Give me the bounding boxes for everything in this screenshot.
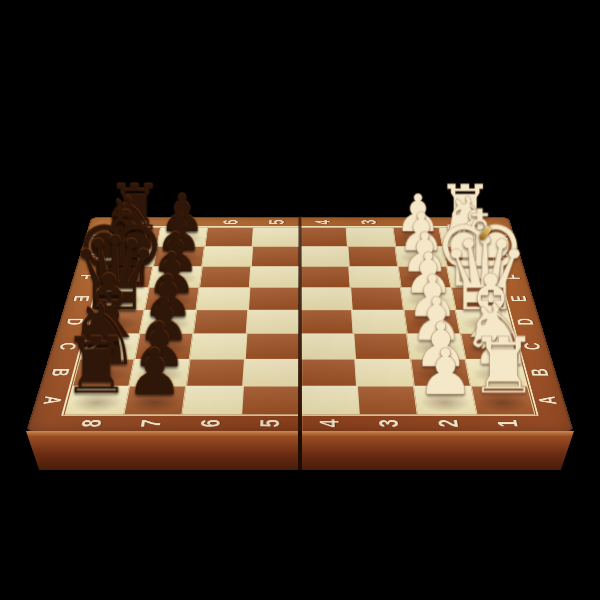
square-h4[interactable] (300, 227, 348, 246)
square-e4[interactable] (300, 288, 352, 310)
border-corner (535, 415, 574, 432)
square-b6[interactable] (186, 359, 245, 386)
square-g4[interactable] (300, 246, 349, 266)
square-a6[interactable] (182, 386, 243, 415)
square-b3[interactable] (355, 359, 414, 386)
square-a3[interactable] (357, 386, 418, 415)
square-h5[interactable] (252, 227, 300, 246)
front-edge-seam (298, 431, 302, 470)
square-a1[interactable]: ♜ (471, 386, 536, 415)
board-fold-seam (298, 216, 302, 431)
board-surface: 87654321H♜♟♟♜HG♞♟♟♞GF♝♟♟♝FE♚♟♟♚ED♛♟♟♛DC♝… (26, 217, 574, 432)
square-a7[interactable]: ♟ (123, 386, 186, 415)
square-e3[interactable] (350, 288, 403, 310)
square-g3[interactable] (348, 246, 398, 266)
square-h3[interactable] (346, 227, 395, 246)
square-b4[interactable] (300, 359, 357, 386)
square-c3[interactable] (353, 334, 410, 359)
square-d6[interactable] (193, 310, 248, 334)
square-h6[interactable] (205, 227, 254, 246)
piece-black-rook-a8[interactable]: ♜ (62, 327, 132, 405)
square-f3[interactable] (349, 266, 401, 287)
square-c6[interactable] (190, 334, 247, 359)
square-a2[interactable]: ♟ (414, 386, 477, 415)
square-d5[interactable] (247, 310, 300, 334)
piece-white-rook-a1[interactable]: ♜ (469, 327, 539, 405)
square-a8[interactable]: ♜ (65, 386, 130, 415)
square-c5[interactable] (245, 334, 300, 359)
square-e6[interactable] (196, 288, 249, 310)
square-f6[interactable] (199, 266, 251, 287)
square-a4[interactable] (300, 386, 359, 415)
square-a5[interactable] (241, 386, 300, 415)
square-f4[interactable] (300, 266, 350, 287)
square-g6[interactable] (202, 246, 252, 266)
square-d4[interactable] (300, 310, 353, 334)
square-g5[interactable] (251, 246, 300, 266)
square-e5[interactable] (248, 288, 300, 310)
square-f5[interactable] (250, 266, 300, 287)
chess-board: 87654321H♜♟♟♜HG♞♟♟♞GF♝♟♟♝FE♚♟♟♚ED♛♟♟♛DC♝… (26, 217, 574, 432)
square-d3[interactable] (352, 310, 407, 334)
square-c4[interactable] (300, 334, 355, 359)
board-front-edge (26, 431, 574, 470)
piece-white-pawn-a2[interactable]: ♟ (417, 341, 474, 405)
piece-black-pawn-a7[interactable]: ♟ (126, 341, 183, 405)
chess-photo-scene: 87654321H♜♟♟♜HG♞♟♟♞GF♝♟♟♝FE♚♟♟♚ED♛♟♟♛DC♝… (0, 0, 600, 600)
border-corner (26, 415, 65, 432)
square-b5[interactable] (243, 359, 300, 386)
